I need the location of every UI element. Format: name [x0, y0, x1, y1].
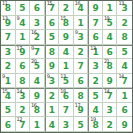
- cell-digit: 2: [49, 92, 55, 101]
- cell-r6c1[interactable]: 91: [1, 74, 16, 89]
- cell-digit: 7: [34, 48, 40, 57]
- cage-sum-clue: 13: [2, 16, 7, 21]
- cell-r8c3[interactable]: 168: [30, 103, 45, 118]
- cell-r3c1[interactable]: 7: [1, 30, 16, 45]
- cell-r6c5[interactable]: 135: [59, 74, 74, 89]
- cage-sum-clue: 17: [75, 103, 80, 108]
- cell-digit: 5: [5, 106, 11, 115]
- cell-digit: 4: [107, 33, 113, 42]
- cell-digit: 1: [77, 19, 83, 28]
- cell-digit: 6: [5, 121, 11, 130]
- cell-digit: 6: [77, 77, 83, 86]
- cell-r2c9[interactable]: 2: [117, 16, 132, 31]
- cell-digit: 1: [63, 62, 69, 71]
- cell-digit: 3: [34, 19, 40, 28]
- cell-r8c6[interactable]: 179: [74, 103, 89, 118]
- cell-digit: 8: [122, 33, 128, 42]
- cell-digit: 3: [92, 62, 98, 71]
- cell-digit: 7: [5, 33, 11, 42]
- cell-r9c8[interactable]: 2: [103, 117, 118, 132]
- cell-r5c3[interactable]: 205: [30, 59, 45, 74]
- cell-r6c6[interactable]: 6: [74, 74, 89, 89]
- cell-r9c6[interactable]: 5: [74, 117, 89, 132]
- cell-digit: 1: [34, 121, 40, 130]
- cell-r7c8[interactable]: 147: [103, 88, 118, 103]
- cell-digit: 2: [77, 48, 83, 57]
- cell-r3c6[interactable]: 93: [74, 30, 89, 45]
- cell-r2c3[interactable]: 3: [30, 16, 45, 31]
- cell-r6c9[interactable]: 147: [117, 74, 132, 89]
- cell-digit: 9: [63, 33, 69, 42]
- cell-r1c4[interactable]: 157: [45, 1, 60, 16]
- cell-r4c7[interactable]: 131: [88, 45, 103, 60]
- cell-digit: 2: [122, 19, 128, 28]
- cage-sum-clue: 15: [60, 16, 65, 21]
- cell-digit: 1: [5, 77, 11, 86]
- cell-r1c6[interactable]: 164: [74, 1, 89, 16]
- cell-r8c7[interactable]: 4: [88, 103, 103, 118]
- cell-r2c1[interactable]: 139: [1, 16, 16, 31]
- cell-r3c7[interactable]: 6: [88, 30, 103, 45]
- cell-r9c3[interactable]: 1: [30, 117, 45, 132]
- cell-r3c2[interactable]: 1: [16, 30, 31, 45]
- cell-r6c3[interactable]: 4: [30, 74, 45, 89]
- cell-r4c8[interactable]: 6: [103, 45, 118, 60]
- cell-digit: 1: [122, 92, 128, 101]
- cell-digit: 1: [49, 106, 55, 115]
- cage-sum-clue: 16: [31, 103, 36, 108]
- cell-digit: 6: [92, 33, 98, 42]
- cage-sum-clue: 9: [17, 16, 20, 21]
- cell-r5c9[interactable]: 4: [117, 59, 132, 74]
- cell-r6c4[interactable]: 93: [45, 74, 60, 89]
- cell-r7c1[interactable]: 154: [1, 88, 16, 103]
- cell-digit: 9: [122, 121, 128, 130]
- cell-r1c5[interactable]: 2: [59, 1, 74, 16]
- cage-sum-clue: 9: [31, 46, 34, 51]
- cell-digit: 6: [122, 106, 128, 115]
- cell-r5c2[interactable]: 6: [16, 59, 31, 74]
- cell-r8c1[interactable]: 5: [1, 103, 16, 118]
- cell-r5c6[interactable]: 7: [74, 59, 89, 74]
- cell-r9c1[interactable]: 6: [1, 117, 16, 132]
- cell-digit: 3: [5, 48, 11, 57]
- cell-r4c6[interactable]: 2: [74, 45, 89, 60]
- cell-r8c9[interactable]: 6: [117, 103, 132, 118]
- cell-digit: 4: [122, 62, 128, 71]
- cell-r2c8[interactable]: 195: [103, 16, 118, 31]
- cell-r3c8[interactable]: 4: [103, 30, 118, 45]
- cell-digit: 9: [92, 4, 98, 13]
- cage-sum-clue: 11: [2, 1, 7, 6]
- cage-sum-clue: 13: [90, 46, 95, 51]
- cell-r5c7[interactable]: 3: [88, 59, 103, 74]
- cell-digit: 8: [49, 48, 55, 57]
- cell-r7c9[interactable]: 1: [117, 88, 132, 103]
- cell-r4c3[interactable]: 97: [30, 45, 45, 60]
- cell-digit: 4: [49, 121, 55, 130]
- cell-r3c3[interactable]: 162: [30, 30, 45, 45]
- cell-r1c3[interactable]: 6: [30, 1, 45, 16]
- cell-r1c2[interactable]: 5: [16, 1, 31, 16]
- cage-sum-clue: 16: [31, 30, 36, 35]
- cage-sum-clue: 21: [104, 59, 109, 64]
- cell-digit: 6: [19, 62, 25, 71]
- cell-digit: 2: [63, 4, 69, 13]
- cage-sum-clue: 16: [75, 1, 80, 6]
- cell-digit: 4: [63, 48, 69, 57]
- cell-r7c5[interactable]: 186: [59, 88, 74, 103]
- cell-r4c1[interactable]: 3: [1, 45, 16, 60]
- cell-r1c1[interactable]: 118: [1, 1, 16, 16]
- cell-r6c2[interactable]: 8: [16, 74, 31, 89]
- cell-digit: 5: [92, 92, 98, 101]
- cell-digit: 2: [107, 121, 113, 130]
- cage-sum-clue: 20: [31, 59, 36, 64]
- cell-r3c9[interactable]: 8: [117, 30, 132, 45]
- cell-r4c2[interactable]: 179: [16, 45, 31, 60]
- cell-r9c7[interactable]: 198: [88, 117, 103, 132]
- cell-r9c5[interactable]: 3: [59, 117, 74, 132]
- cell-r1c8[interactable]: 1: [103, 1, 118, 16]
- cell-r2c7[interactable]: 7: [88, 16, 103, 31]
- cage-sum-clue: 19: [90, 117, 95, 122]
- cell-r3c4[interactable]: 5: [45, 30, 60, 45]
- cell-r3c5[interactable]: 9: [59, 30, 74, 45]
- cell-r2c6[interactable]: 1: [74, 16, 89, 31]
- killer-sudoku-board: 1185615721649113313994361581719527116259…: [0, 0, 133, 133]
- cell-r7c6[interactable]: 8: [74, 88, 89, 103]
- cell-digit: 2: [5, 62, 11, 71]
- cell-r5c4[interactable]: 9: [45, 59, 60, 74]
- cell-r7c3[interactable]: 9: [30, 88, 45, 103]
- cage-sum-clue: 18: [60, 89, 65, 94]
- cell-r4c9[interactable]: 5: [117, 45, 132, 60]
- cell-r2c2[interactable]: 94: [16, 16, 31, 31]
- cell-digit: 7: [92, 19, 98, 28]
- cage-sum-clue: 15: [2, 89, 7, 94]
- cell-digit: 4: [19, 19, 25, 28]
- cell-digit: 1: [19, 33, 25, 42]
- cell-r6c8[interactable]: 9: [103, 74, 118, 89]
- cage-sum-clue: 19: [104, 16, 109, 21]
- cage-sum-clue: 14: [104, 89, 109, 94]
- cell-digit: 3: [63, 121, 69, 130]
- cell-r8c8[interactable]: 3: [103, 103, 118, 118]
- cell-r9c4[interactable]: 4: [45, 117, 60, 132]
- cell-digit: 6: [34, 4, 40, 13]
- cage-sum-clue: 9: [2, 74, 5, 79]
- cell-r6c7[interactable]: 2: [88, 74, 103, 89]
- cell-digit: 7: [63, 106, 69, 115]
- cell-digit: 8: [77, 92, 83, 101]
- cage-sum-clue: 12: [17, 117, 22, 122]
- cell-digit: 6: [107, 48, 113, 57]
- cell-r8c5[interactable]: 7: [59, 103, 74, 118]
- cell-digit: 3: [77, 33, 83, 42]
- cell-digit: 5: [77, 121, 83, 130]
- cell-r5c8[interactable]: 218: [103, 59, 118, 74]
- cage-sum-clue: 13: [118, 1, 123, 6]
- cell-digit: 9: [107, 77, 113, 86]
- cage-sum-clue: 9: [47, 74, 50, 79]
- cell-r7c4[interactable]: 2: [45, 88, 60, 103]
- cell-digit: 4: [34, 77, 40, 86]
- cell-r4c4[interactable]: 8: [45, 45, 60, 60]
- cell-digit: 5: [49, 33, 55, 42]
- cell-r7c7[interactable]: 5: [88, 88, 103, 103]
- cell-digit: 2: [19, 106, 25, 115]
- cell-digit: 9: [34, 92, 40, 101]
- cage-sum-clue: 15: [47, 1, 52, 6]
- cell-r4c5[interactable]: 4: [59, 45, 74, 60]
- cage-sum-clue: 9: [75, 30, 78, 35]
- cell-digit: 5: [122, 48, 128, 57]
- cell-digit: 6: [49, 19, 55, 28]
- cell-r8c4[interactable]: 1: [45, 103, 60, 118]
- cell-r5c5[interactable]: 1: [59, 59, 74, 74]
- cell-digit: 4: [92, 106, 98, 115]
- cell-r7c2[interactable]: 143: [16, 88, 31, 103]
- cell-digit: 7: [77, 62, 83, 71]
- cage-sum-clue: 13: [60, 74, 65, 79]
- cell-digit: 3: [49, 77, 55, 86]
- cell-r2c4[interactable]: 6: [45, 16, 60, 31]
- cell-r5c1[interactable]: 2: [1, 59, 16, 74]
- cell-r9c9[interactable]: 9: [117, 117, 132, 132]
- cell-digit: 9: [49, 62, 55, 71]
- cell-digit: 2: [92, 77, 98, 86]
- cage-sum-clue: 17: [17, 46, 22, 51]
- cell-r2c5[interactable]: 158: [59, 16, 74, 31]
- cage-sum-clue: 14: [17, 89, 22, 94]
- cell-r9c2[interactable]: 127: [16, 117, 31, 132]
- cell-digit: 8: [19, 77, 25, 86]
- cage-sum-clue: 14: [118, 74, 123, 79]
- cell-digit: 1: [107, 4, 113, 13]
- cell-r1c7[interactable]: 9: [88, 1, 103, 16]
- cell-r1c9[interactable]: 133: [117, 1, 132, 16]
- cell-digit: 5: [19, 4, 25, 13]
- cell-r8c2[interactable]: 2: [16, 103, 31, 118]
- cell-digit: 3: [107, 106, 113, 115]
